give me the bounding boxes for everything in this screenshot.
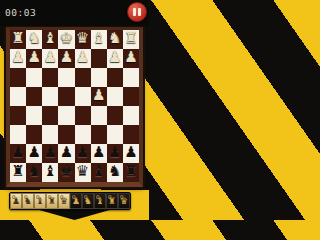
square-r6-c1[interactable]: [10, 125, 26, 144]
capture-count: 0: [120, 195, 124, 201]
square-r3-c3[interactable]: [42, 68, 58, 87]
piece-bQ[interactable]: ♛: [76, 162, 89, 181]
piece-bN[interactable]: ♞: [27, 162, 40, 181]
piece-bB[interactable]: ♝: [44, 162, 57, 181]
piece-wR[interactable]: ♜: [124, 29, 137, 48]
square-r5-c2[interactable]: [26, 106, 42, 125]
square-r4-c7[interactable]: [107, 87, 123, 106]
square-r7-c1[interactable]: ♟: [10, 144, 26, 163]
piece-wP[interactable]: ♟: [124, 48, 137, 67]
piece-wR[interactable]: ♜: [11, 29, 24, 48]
piece-bP[interactable]: ♟: [60, 143, 73, 162]
tray-slot-black-Q[interactable]: 0♛: [118, 193, 130, 209]
square-r2-c6[interactable]: [91, 49, 107, 68]
square-r1-c4[interactable]: ♚: [58, 30, 74, 49]
square-r1-c1[interactable]: ♜: [10, 30, 26, 49]
piece-wB[interactable]: ♝: [92, 29, 105, 48]
square-r6-c4[interactable]: [58, 125, 74, 144]
square-r5-c3[interactable]: [42, 106, 58, 125]
tray-slot-white-B[interactable]: 0♝: [34, 193, 46, 209]
square-r8-c8[interactable]: ♜: [123, 163, 139, 182]
board: ♜♞♝♚♛♝♞♜♟♟♟♟♟♟♟♟♟♟♟♟♟♟♟♟♜♞♝♚♛♝♞♜: [10, 30, 139, 182]
piece-bR[interactable]: ♜: [124, 162, 137, 181]
piece-wP[interactable]: ♟: [92, 86, 105, 105]
piece-wK[interactable]: ♚: [60, 29, 73, 48]
square-r1-c6[interactable]: ♝: [91, 30, 107, 49]
piece-bP[interactable]: ♟: [76, 143, 89, 162]
square-r4-c6[interactable]: ♟: [91, 87, 107, 106]
square-r1-c2[interactable]: ♞: [26, 30, 42, 49]
square-r7-c7[interactable]: ♟: [107, 144, 123, 163]
square-r5-c7[interactable]: [107, 106, 123, 125]
pause-icon: [138, 8, 141, 16]
capture-count: 0: [84, 195, 88, 201]
game-timer: 00:03: [5, 7, 36, 18]
square-r8-c3[interactable]: ♝: [42, 163, 58, 182]
square-r8-c7[interactable]: ♞: [107, 163, 123, 182]
square-r2-c2[interactable]: ♟: [26, 49, 42, 68]
square-r5-c8[interactable]: [123, 106, 139, 125]
capture-count: 0: [96, 195, 100, 201]
square-r2-c4[interactable]: ♟: [58, 49, 74, 68]
top-bar: 00:03: [0, 0, 149, 26]
tray-slot-black-B[interactable]: 0♝: [94, 193, 106, 209]
square-r2-c7[interactable]: ♟: [107, 49, 123, 68]
square-r7-c5[interactable]: ♟: [75, 144, 91, 163]
square-r2-c5[interactable]: ♟: [75, 49, 91, 68]
square-r5-c1[interactable]: [10, 106, 26, 125]
square-r8-c5[interactable]: ♛: [75, 163, 91, 182]
square-r5-c5[interactable]: [75, 106, 91, 125]
square-r4-c1[interactable]: [10, 87, 26, 106]
piece-wN[interactable]: ♞: [108, 29, 121, 48]
piece-bP[interactable]: ♟: [124, 143, 137, 162]
capture-count: 0: [12, 195, 16, 201]
square-r1-c7[interactable]: ♞: [107, 30, 123, 49]
piece-wP[interactable]: ♟: [76, 48, 89, 67]
square-r2-c3[interactable]: ♟: [42, 49, 58, 68]
square-r3-c2[interactable]: [26, 68, 42, 87]
capture-count: 0: [36, 195, 40, 201]
piece-wP[interactable]: ♟: [108, 48, 121, 67]
square-r3-c1[interactable]: [10, 68, 26, 87]
piece-wN[interactable]: ♞: [27, 29, 40, 48]
piece-bB[interactable]: ♝: [92, 162, 105, 181]
square-r8-c6[interactable]: ♝: [91, 163, 107, 182]
square-r3-c6[interactable]: [91, 68, 107, 87]
square-r4-c8[interactable]: [123, 87, 139, 106]
piece-bP[interactable]: ♟: [44, 143, 57, 162]
square-r7-c2[interactable]: ♟: [26, 144, 42, 163]
tray-slot-black-N[interactable]: 0♞: [82, 193, 94, 209]
square-r4-c5[interactable]: [75, 87, 91, 106]
square-r6-c6[interactable]: [91, 125, 107, 144]
piece-bP[interactable]: ♟: [11, 143, 24, 162]
square-r8-c4[interactable]: ♚: [58, 163, 74, 182]
square-r4-c4[interactable]: [58, 87, 74, 106]
square-r4-c2[interactable]: [26, 87, 42, 106]
tray-slot-black-P[interactable]: 0♟: [70, 193, 82, 209]
square-r3-c5[interactable]: [75, 68, 91, 87]
pause-button[interactable]: [127, 2, 147, 22]
capture-count: 0: [72, 195, 76, 201]
square-r8-c1[interactable]: ♜: [10, 163, 26, 182]
capture-count: 0: [108, 195, 112, 201]
square-r4-c3[interactable]: [42, 87, 58, 106]
square-r3-c7[interactable]: [107, 68, 123, 87]
tray-slot-white-P[interactable]: 0♟: [10, 193, 22, 209]
piece-bP[interactable]: ♟: [92, 143, 105, 162]
piece-bK[interactable]: ♚: [60, 162, 73, 181]
tray-slot-white-R[interactable]: 0♜: [46, 193, 58, 209]
capture-count: 0: [24, 195, 28, 201]
piece-bP[interactable]: ♟: [27, 143, 40, 162]
tray-slot-white-Q[interactable]: 0♛: [58, 193, 70, 209]
square-r3-c8[interactable]: [123, 68, 139, 87]
square-r8-c2[interactable]: ♞: [26, 163, 42, 182]
square-r7-c4[interactable]: ♟: [58, 144, 74, 163]
square-r7-c8[interactable]: ♟: [123, 144, 139, 163]
piece-wP[interactable]: ♟: [60, 48, 73, 67]
piece-bN[interactable]: ♞: [108, 162, 121, 181]
square-r2-c8[interactable]: ♟: [123, 49, 139, 68]
square-r1-c5[interactable]: ♛: [75, 30, 91, 49]
square-r1-c3[interactable]: ♝: [42, 30, 58, 49]
square-r5-c6[interactable]: [91, 106, 107, 125]
board-frame: ♜♞♝♚♛♝♞♜♟♟♟♟♟♟♟♟♟♟♟♟♟♟♟♟♜♞♝♚♛♝♞♜: [6, 27, 143, 187]
capture-count: 0: [60, 195, 64, 201]
square-r7-c6[interactable]: ♟: [91, 144, 107, 163]
square-r6-c7[interactable]: [107, 125, 123, 144]
square-r6-c2[interactable]: [26, 125, 42, 144]
square-r6-c5[interactable]: [75, 125, 91, 144]
tray-slot-black-R[interactable]: 0♜: [106, 193, 118, 209]
square-r5-c4[interactable]: [58, 106, 74, 125]
piece-wB[interactable]: ♝: [44, 29, 57, 48]
square-r1-c8[interactable]: ♜: [123, 30, 139, 49]
square-r6-c3[interactable]: [42, 125, 58, 144]
square-r6-c8[interactable]: [123, 125, 139, 144]
piece-wP[interactable]: ♟: [27, 48, 40, 67]
square-r2-c1[interactable]: ♟: [10, 49, 26, 68]
piece-wQ[interactable]: ♛: [76, 29, 89, 48]
piece-bR[interactable]: ♜: [11, 162, 24, 181]
square-r3-c4[interactable]: [58, 68, 74, 87]
piece-wP[interactable]: ♟: [44, 48, 57, 67]
piece-wP[interactable]: ♟: [11, 48, 24, 67]
capture-count: 0: [48, 195, 52, 201]
capture-tray: 0♟0♞0♝0♜0♛0♟0♞0♝0♜0♛: [9, 192, 131, 210]
pause-icon: [133, 8, 136, 16]
square-r7-c3[interactable]: ♟: [42, 144, 58, 163]
piece-bP[interactable]: ♟: [108, 143, 121, 162]
tray-slot-white-N[interactable]: 0♞: [22, 193, 34, 209]
